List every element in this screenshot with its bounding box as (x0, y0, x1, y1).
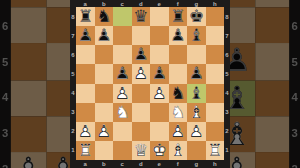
black-pawn-icon: ♟ (95, 26, 114, 45)
white-pawn-icon-outline: ♙ (132, 64, 151, 83)
black-bishop-icon: ♝ (187, 84, 206, 103)
black-rook-icon: ♜ (76, 7, 95, 26)
white-queen-icon-outline: ♕ (132, 141, 151, 160)
rank-label: 4 (224, 84, 230, 103)
black-pawn-icon: ♟ (150, 64, 169, 83)
square-f6[interactable] (169, 45, 188, 64)
coords-right: 87654321 (289, 0, 300, 168)
white-bishop-icon: ♝ (169, 141, 188, 160)
rank-label: 3 (224, 103, 230, 122)
white-bishop-icon-outline: ♗ (169, 141, 188, 160)
white-bishop-icon-outline: ♗ (187, 103, 206, 122)
square-d4[interactable] (132, 84, 151, 103)
rank-label: 4 (0, 80, 11, 116)
file-label: h (206, 160, 225, 168)
black-pawn-icon: ♟ (132, 45, 151, 64)
black-pawn-icon-outline: ♙ (113, 64, 132, 83)
rank-label: 6 (289, 8, 300, 44)
square-h7[interactable] (206, 26, 225, 45)
file-label: d (132, 160, 151, 168)
white-king-icon: ♚ (150, 141, 169, 160)
white-pawn-icon: ♟ (11, 152, 46, 168)
file-label: c (113, 160, 132, 168)
file-label: h (206, 0, 225, 7)
rank-label: 1 (224, 141, 230, 160)
file-label: d (132, 0, 151, 7)
square-h8[interactable] (206, 7, 225, 26)
square-f8[interactable]: ♜♖ (169, 7, 188, 26)
black-pawn-icon-outline: ♙ (150, 64, 169, 83)
white-knight-icon: ♞ (169, 103, 188, 122)
black-queen-icon: ♛ (132, 7, 151, 26)
square-a6 (11, 8, 46, 44)
black-pawn-icon: ♟ (187, 64, 206, 83)
rank-label: 4 (289, 80, 300, 116)
rank-label: 5 (224, 64, 230, 83)
square-a4[interactable] (76, 84, 95, 103)
squares-grid: ♜♖♞♘♛♕♜♖♚♔♟♙♟♙♟♙♝♗♟♙♟♙♟♙♟♙♟♙♟♙♟♙♞♘♝♗♞♘♞♘… (76, 7, 224, 160)
square-h6[interactable] (206, 45, 225, 64)
black-king-icon-outline: ♔ (187, 7, 206, 26)
square-h7 (254, 0, 289, 8)
file-label: f (169, 0, 188, 7)
white-pawn-icon-outline: ♙ (95, 122, 114, 141)
black-knight-icon: ♞ (95, 7, 114, 26)
square-c7[interactable] (113, 26, 132, 45)
square-d5[interactable]: ♟♙ (132, 64, 151, 83)
black-knight-icon: ♞ (169, 84, 188, 103)
square-h3[interactable] (206, 103, 225, 122)
white-king-icon-outline: ♔ (150, 141, 169, 160)
square-c1[interactable] (113, 141, 132, 160)
square-f1[interactable]: ♝♗ (169, 141, 188, 160)
black-rook-icon-outline: ♖ (76, 7, 95, 26)
square-c6[interactable] (113, 45, 132, 64)
black-pawn-icon: ♟ (76, 26, 95, 45)
square-g7[interactable]: ♝♗ (187, 26, 206, 45)
square-f4[interactable]: ♞♘ (169, 84, 188, 103)
rank-label: 5 (289, 44, 300, 80)
square-a2[interactable]: ♟♙ (76, 122, 95, 141)
square-a3 (11, 116, 46, 152)
black-king-icon: ♚ (187, 7, 206, 26)
square-h3 (254, 116, 289, 152)
black-bishop-icon: ♝ (187, 26, 206, 45)
coords-right: 87654321 (224, 7, 230, 160)
square-h2 (254, 152, 289, 168)
square-a6[interactable] (76, 45, 95, 64)
coords-top: abcdefgh (76, 0, 224, 7)
rank-label: 5 (0, 44, 11, 80)
square-a7[interactable]: ♟♙ (76, 26, 95, 45)
file-label: e (150, 160, 169, 168)
square-h5[interactable] (206, 64, 225, 83)
white-pawn-icon: ♟ (113, 84, 132, 103)
black-pawn-icon-outline: ♙ (169, 26, 188, 45)
square-h2[interactable] (206, 122, 225, 141)
square-c8[interactable] (113, 7, 132, 26)
square-f2[interactable]: ♟♙ (169, 122, 188, 141)
square-d3[interactable] (132, 103, 151, 122)
square-a1[interactable]: ♜♖ (76, 141, 95, 160)
rank-label: 6 (224, 45, 230, 64)
square-h5 (254, 44, 289, 80)
black-pawn-icon-outline: ♙ (187, 64, 206, 83)
black-knight-icon-outline: ♘ (169, 84, 188, 103)
black-rook-icon: ♜ (169, 7, 188, 26)
square-c4[interactable]: ♟♙ (113, 84, 132, 103)
main-board: abcdefghabcdefgh8765432187654321♜♖♞♘♛♕♜♖… (70, 0, 230, 168)
square-g5[interactable]: ♟♙ (187, 64, 206, 83)
white-pawn-icon: ♟ (76, 122, 95, 141)
square-a3[interactable] (76, 103, 95, 122)
rank-label: 2 (0, 152, 11, 168)
black-pawn-icon-outline: ♙ (95, 26, 114, 45)
black-pawn-icon: ♟ (169, 26, 188, 45)
white-pawn-icon-outline: ♙ (113, 84, 132, 103)
file-label: c (113, 0, 132, 7)
square-g2[interactable]: ♟♙ (187, 122, 206, 141)
rank-label: 6 (0, 8, 11, 44)
square-g3[interactable]: ♝♗ (187, 103, 206, 122)
black-pawn-icon: ♟ (11, 0, 46, 8)
file-label: g (187, 160, 206, 168)
square-a4 (11, 80, 46, 116)
square-f3[interactable]: ♞♘ (169, 103, 188, 122)
square-e1[interactable]: ♚♔ (150, 141, 169, 160)
rank-label: 7 (289, 0, 300, 8)
white-knight-icon: ♞ (113, 103, 132, 122)
square-f7[interactable]: ♟♙ (169, 26, 188, 45)
white-knight-icon-outline: ♘ (113, 103, 132, 122)
square-d7[interactable] (132, 26, 151, 45)
square-e7[interactable] (150, 26, 169, 45)
square-c3[interactable]: ♞♘ (113, 103, 132, 122)
white-queen-icon: ♛ (132, 141, 151, 160)
white-pawn-icon: ♟ (187, 122, 206, 141)
square-d2[interactable] (132, 122, 151, 141)
square-e6[interactable] (150, 45, 169, 64)
file-label: g (187, 0, 206, 7)
square-d1[interactable]: ♛♕ (132, 141, 151, 160)
black-bishop-icon-outline: ♗ (187, 26, 206, 45)
white-knight-icon-outline: ♘ (169, 103, 188, 122)
square-a5 (11, 44, 46, 80)
white-pawn-icon-outline: ♙ (169, 122, 188, 141)
square-b2[interactable]: ♟♙ (95, 122, 114, 141)
square-e8[interactable] (150, 7, 169, 26)
square-e2[interactable] (150, 122, 169, 141)
square-c5[interactable]: ♟♙ (113, 64, 132, 83)
square-b6[interactable] (95, 45, 114, 64)
file-label: f (169, 160, 188, 168)
rank-label: 7 (224, 26, 230, 45)
square-b8[interactable]: ♞♘ (95, 7, 114, 26)
white-pawn-icon: ♟ (95, 122, 114, 141)
white-rook-icon: ♜ (206, 141, 225, 160)
square-a8[interactable]: ♜♖ (76, 7, 95, 26)
coords-left: 87654321 (0, 0, 11, 168)
rank-label: 3 (289, 116, 300, 152)
rank-label: 3 (0, 116, 11, 152)
white-bishop-icon: ♝ (187, 103, 206, 122)
white-rook-icon-outline: ♖ (76, 141, 95, 160)
white-rook-icon: ♜ (76, 141, 95, 160)
rank-label: 7 (0, 0, 11, 8)
square-a7: ♟♙ (11, 0, 46, 8)
square-g8[interactable]: ♚♔ (187, 7, 206, 26)
square-e3[interactable] (150, 103, 169, 122)
square-d8[interactable]: ♛♕ (132, 7, 151, 26)
white-pawn-icon: ♟ (132, 64, 151, 83)
white-pawn-icon-outline: ♙ (187, 122, 206, 141)
black-pawn-icon-outline: ♙ (132, 45, 151, 64)
video-frame: abcdefghabcdefgh8765432187654321♜♖♞♘♛♕♜♖… (0, 0, 300, 168)
square-b5[interactable] (95, 64, 114, 83)
white-rook-icon-outline: ♖ (206, 141, 225, 160)
square-e5[interactable]: ♟♙ (150, 64, 169, 83)
rank-label: 2 (289, 152, 300, 168)
square-g6[interactable] (187, 45, 206, 64)
black-pawn-icon-outline: ♙ (11, 0, 46, 8)
black-bishop-icon-outline: ♗ (187, 84, 206, 103)
file-label: b (95, 0, 114, 7)
rank-label: 2 (224, 122, 230, 141)
square-b1[interactable] (95, 141, 114, 160)
square-b7[interactable]: ♟♙ (95, 26, 114, 45)
file-label: b (95, 160, 114, 168)
file-label: a (76, 160, 95, 168)
coords-bottom: abcdefgh (76, 160, 224, 168)
square-d6[interactable]: ♟♙ (132, 45, 151, 64)
chess-board: abcdefghabcdefgh8765432187654321♜♖♞♘♛♕♜♖… (70, 0, 230, 168)
file-label: a (76, 0, 95, 7)
white-pawn-icon-outline: ♙ (11, 152, 46, 168)
square-h4[interactable] (206, 84, 225, 103)
square-h1[interactable]: ♜♖ (206, 141, 225, 160)
rank-label: 8 (224, 7, 230, 26)
black-pawn-icon: ♟ (113, 64, 132, 83)
black-knight-icon-outline: ♘ (95, 7, 114, 26)
white-pawn-icon: ♟ (169, 122, 188, 141)
square-f5[interactable] (169, 64, 188, 83)
white-pawn-icon-outline: ♙ (150, 84, 169, 103)
black-pawn-icon-outline: ♙ (76, 26, 95, 45)
square-h4 (254, 80, 289, 116)
square-a2: ♟♙ (11, 152, 46, 168)
square-c2[interactable] (113, 122, 132, 141)
square-e4[interactable]: ♟♙ (150, 84, 169, 103)
black-queen-icon-outline: ♕ (132, 7, 151, 26)
square-a5[interactable] (76, 64, 95, 83)
square-h6 (254, 8, 289, 44)
square-g1[interactable] (187, 141, 206, 160)
file-label: e (150, 0, 169, 7)
white-pawn-icon: ♟ (150, 84, 169, 103)
square-g4[interactable]: ♝♗ (187, 84, 206, 103)
square-b4[interactable] (95, 84, 114, 103)
square-b3[interactable] (95, 103, 114, 122)
white-pawn-icon-outline: ♙ (76, 122, 95, 141)
black-rook-icon-outline: ♖ (169, 7, 188, 26)
